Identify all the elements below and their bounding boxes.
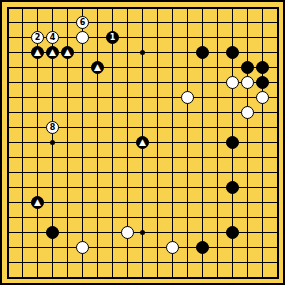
stone-white <box>226 76 239 89</box>
stone-white-move-4: 4 <box>46 31 59 44</box>
stone-black <box>226 226 239 239</box>
stone-black <box>256 61 269 74</box>
go-diagram: 6241▲▲▲▲8▲▲ <box>0 0 285 285</box>
stone-white <box>121 226 134 239</box>
stone-black <box>46 226 59 239</box>
stone-white-move-6: 6 <box>76 16 89 29</box>
stone-black <box>226 136 239 149</box>
stone-white-move-2: 2 <box>31 31 44 44</box>
triangle-marker-icon: ▲ <box>34 48 41 57</box>
triangle-marker-icon: ▲ <box>139 138 146 147</box>
stone-black <box>196 46 209 59</box>
stone-white <box>76 31 89 44</box>
stone-black-triangle: ▲ <box>31 46 44 59</box>
stone-black <box>196 241 209 254</box>
stone-white <box>241 106 254 119</box>
stone-white-move-8: 8 <box>46 121 59 134</box>
stone-black <box>226 46 239 59</box>
stone-black <box>241 61 254 74</box>
stone-white <box>241 76 254 89</box>
stone-black-triangle: ▲ <box>31 196 44 209</box>
stone-black-triangle: ▲ <box>91 61 104 74</box>
stone-black-triangle: ▲ <box>136 136 149 149</box>
stone-black <box>256 76 269 89</box>
triangle-marker-icon: ▲ <box>34 198 41 207</box>
triangle-marker-icon: ▲ <box>94 63 101 72</box>
stone-white <box>166 241 179 254</box>
stone-black <box>226 181 239 194</box>
move-number-label: 6 <box>80 19 86 27</box>
stone-black-triangle: ▲ <box>46 46 59 59</box>
move-number-label: 8 <box>50 124 56 132</box>
stone-white <box>256 91 269 104</box>
move-number-label: 4 <box>50 34 56 42</box>
stone-white <box>76 241 89 254</box>
move-number-label: 1 <box>110 34 116 42</box>
stone-white <box>181 91 194 104</box>
triangle-marker-icon: ▲ <box>49 48 56 57</box>
triangle-marker-icon: ▲ <box>64 48 71 57</box>
stone-black-move-1: 1 <box>106 31 119 44</box>
stone-black-triangle: ▲ <box>61 46 74 59</box>
go-board: 6241▲▲▲▲8▲▲ <box>0 0 285 285</box>
move-number-label: 2 <box>35 34 41 42</box>
